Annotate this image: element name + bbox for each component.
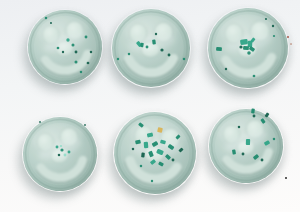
- wax-melt-top-left: [27, 9, 103, 85]
- melt-face-bottom-right: [203, 103, 289, 189]
- wax-melt-bottom-right: [208, 108, 284, 184]
- speck-faint: [290, 43, 291, 44]
- melt-face-bottom-left: [17, 111, 103, 197]
- wax-melt-bottom-left: [22, 116, 98, 192]
- wax-melt-bottom-middle: [113, 111, 197, 195]
- melt-face-top-left: [23, 5, 107, 89]
- speck-red: [287, 36, 289, 38]
- wax-melt-top-middle: [111, 8, 191, 88]
- photo: [0, 0, 300, 212]
- wax-melt-top-right: [207, 7, 289, 89]
- speck-black: [285, 177, 288, 180]
- melt-face-top-middle: [112, 9, 190, 87]
- melt-face-bottom-middle: [109, 107, 202, 200]
